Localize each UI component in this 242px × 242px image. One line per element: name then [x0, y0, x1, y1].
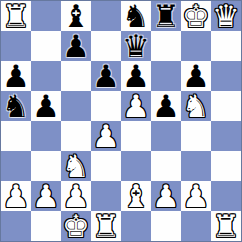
piece-black-pawn[interactable]: ♟ — [62, 31, 90, 61]
square-f2[interactable]: ♟ — [151, 181, 181, 211]
square-e1[interactable] — [121, 211, 151, 241]
square-f3[interactable] — [151, 151, 181, 181]
piece-white-bishop[interactable]: ♝ — [122, 181, 150, 211]
square-g8[interactable]: ♚ — [181, 1, 211, 31]
piece-white-knight[interactable]: ♞ — [62, 151, 90, 181]
square-f1[interactable] — [151, 211, 181, 241]
square-h2[interactable] — [211, 181, 241, 211]
square-e8[interactable]: ♞ — [121, 1, 151, 31]
square-c1[interactable]: ♚ — [61, 211, 91, 241]
square-d5[interactable] — [91, 91, 121, 121]
piece-black-queen[interactable]: ♛ — [122, 31, 150, 61]
piece-white-pawn[interactable]: ♟ — [92, 121, 120, 151]
square-h1[interactable]: ♜ — [211, 211, 241, 241]
piece-white-knight[interactable]: ♞ — [182, 91, 210, 121]
piece-white-king[interactable]: ♚ — [182, 1, 210, 31]
square-e4[interactable] — [121, 121, 151, 151]
square-g1[interactable] — [181, 211, 211, 241]
piece-black-pawn[interactable]: ♟ — [122, 61, 150, 91]
piece-black-knight[interactable]: ♞ — [2, 91, 30, 121]
square-g4[interactable] — [181, 121, 211, 151]
square-d4[interactable]: ♟ — [91, 121, 121, 151]
square-a1[interactable] — [1, 211, 31, 241]
piece-white-pawn[interactable]: ♟ — [152, 181, 180, 211]
square-h3[interactable] — [211, 151, 241, 181]
piece-black-pawn[interactable]: ♟ — [2, 61, 30, 91]
piece-white-rook[interactable]: ♜ — [212, 211, 240, 241]
square-a8[interactable]: ♜ — [1, 1, 31, 31]
square-a2[interactable]: ♟ — [1, 181, 31, 211]
square-e6[interactable]: ♟ — [121, 61, 151, 91]
piece-black-pawn[interactable]: ♟ — [152, 91, 180, 121]
square-b2[interactable]: ♟ — [31, 181, 61, 211]
square-b5[interactable]: ♟ — [31, 91, 61, 121]
square-c3[interactable]: ♞ — [61, 151, 91, 181]
square-g3[interactable] — [181, 151, 211, 181]
chess-board: ♜♝♞♜♚♛♟♛♟♟♟♟♞♟♟♟♞♟♞♟♟♟♝♟♟♚♜♜ — [0, 0, 242, 242]
square-f7[interactable] — [151, 31, 181, 61]
square-a4[interactable] — [1, 121, 31, 151]
square-g5[interactable]: ♞ — [181, 91, 211, 121]
square-a6[interactable]: ♟ — [1, 61, 31, 91]
piece-white-pawn[interactable]: ♟ — [122, 91, 150, 121]
piece-white-pawn[interactable]: ♟ — [32, 181, 60, 211]
piece-white-pawn[interactable]: ♟ — [2, 181, 30, 211]
square-f8[interactable]: ♜ — [151, 1, 181, 31]
square-h5[interactable] — [211, 91, 241, 121]
piece-black-rook[interactable]: ♜ — [152, 1, 180, 31]
square-h7[interactable] — [211, 31, 241, 61]
square-e3[interactable] — [121, 151, 151, 181]
square-f6[interactable] — [151, 61, 181, 91]
square-d3[interactable] — [91, 151, 121, 181]
square-c4[interactable] — [61, 121, 91, 151]
square-a5[interactable]: ♞ — [1, 91, 31, 121]
square-f5[interactable]: ♟ — [151, 91, 181, 121]
square-g2[interactable]: ♟ — [181, 181, 211, 211]
square-h6[interactable] — [211, 61, 241, 91]
square-b3[interactable] — [31, 151, 61, 181]
square-h4[interactable] — [211, 121, 241, 151]
piece-black-pawn[interactable]: ♟ — [182, 61, 210, 91]
square-f4[interactable] — [151, 121, 181, 151]
piece-black-bishop[interactable]: ♝ — [62, 1, 90, 31]
square-e7[interactable]: ♛ — [121, 31, 151, 61]
piece-white-king[interactable]: ♚ — [62, 211, 90, 241]
square-e2[interactable]: ♝ — [121, 181, 151, 211]
square-c7[interactable]: ♟ — [61, 31, 91, 61]
piece-white-queen[interactable]: ♛ — [212, 1, 240, 31]
square-d2[interactable] — [91, 181, 121, 211]
square-h8[interactable]: ♛ — [211, 1, 241, 31]
square-d8[interactable] — [91, 1, 121, 31]
square-c8[interactable]: ♝ — [61, 1, 91, 31]
square-b1[interactable] — [31, 211, 61, 241]
square-a3[interactable] — [1, 151, 31, 181]
piece-white-rook[interactable]: ♜ — [2, 1, 30, 31]
square-g6[interactable]: ♟ — [181, 61, 211, 91]
square-b6[interactable] — [31, 61, 61, 91]
piece-black-pawn[interactable]: ♟ — [32, 91, 60, 121]
square-b4[interactable] — [31, 121, 61, 151]
square-d7[interactable] — [91, 31, 121, 61]
square-c2[interactable]: ♟ — [61, 181, 91, 211]
square-d1[interactable]: ♜ — [91, 211, 121, 241]
square-c6[interactable] — [61, 61, 91, 91]
piece-black-pawn[interactable]: ♟ — [92, 61, 120, 91]
square-b7[interactable] — [31, 31, 61, 61]
square-e5[interactable]: ♟ — [121, 91, 151, 121]
square-a7[interactable] — [1, 31, 31, 61]
piece-white-pawn[interactable]: ♟ — [182, 181, 210, 211]
square-b8[interactable] — [31, 1, 61, 31]
piece-white-pawn[interactable]: ♟ — [62, 181, 90, 211]
square-c5[interactable] — [61, 91, 91, 121]
square-d6[interactable]: ♟ — [91, 61, 121, 91]
piece-white-rook[interactable]: ♜ — [92, 211, 120, 241]
piece-black-knight[interactable]: ♞ — [122, 1, 150, 31]
square-g7[interactable] — [181, 31, 211, 61]
